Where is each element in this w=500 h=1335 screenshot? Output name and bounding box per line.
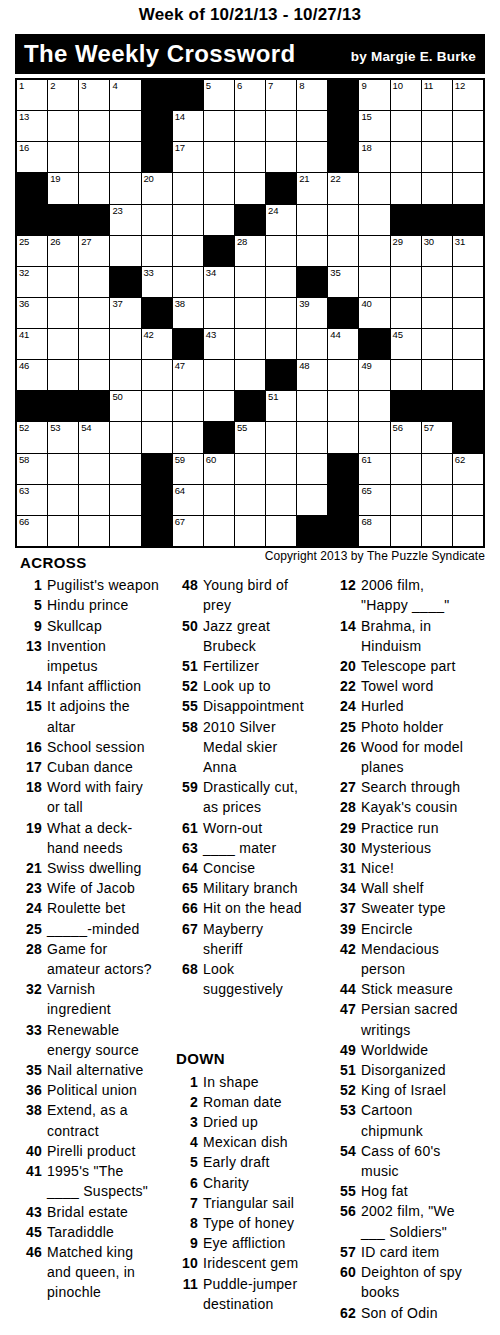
clue-number: 56 [330,1201,356,1241]
cell-r15c12[interactable]: 68 [359,516,389,546]
clue-text: Eye affliction [203,1233,307,1253]
black-cell-r4c9 [266,173,296,203]
cell-r10c11[interactable] [328,360,358,390]
cell-r10c10[interactable]: 48 [297,360,327,390]
cell-number: 19 [50,173,60,184]
clue-item: 60Deighton of spy books [330,1262,468,1302]
cell-r12c6[interactable] [173,422,203,452]
cell-r2c9[interactable] [266,111,296,141]
cell-r4c6[interactable] [173,173,203,203]
cell-r9c5[interactable]: 42 [142,329,172,359]
cell-r2c10[interactable] [297,111,327,141]
cell-number: 40 [361,298,371,309]
cell-r13c6[interactable]: 59 [173,454,203,484]
cell-r9c13[interactable]: 45 [391,329,421,359]
cell-r14c14[interactable] [422,485,452,515]
cell-r9c4[interactable] [110,329,140,359]
cell-r8c2[interactable] [48,298,78,328]
cell-r5c6[interactable] [173,205,203,235]
cell-r11c5[interactable] [142,391,172,421]
cell-r3c12[interactable]: 18 [359,142,389,172]
cell-r1c10[interactable]: 8 [297,80,327,110]
cell-r14c7[interactable] [204,485,234,515]
cell-r12c9[interactable] [266,422,296,452]
cell-r8c13[interactable] [391,298,421,328]
clue-text: 1995's "The ____ Suspects" [47,1161,159,1201]
cell-r7c8[interactable] [235,267,265,297]
cell-r4c14[interactable] [422,173,452,203]
cell-r6c2[interactable]: 26 [48,236,78,266]
cell-r12c5[interactable] [142,422,172,452]
cell-r8c7[interactable] [204,298,234,328]
cell-r6c11[interactable] [328,236,358,266]
cell-r14c9[interactable] [266,485,296,515]
cell-r3c13[interactable] [391,142,421,172]
clue-number: 34 [330,878,356,898]
cell-r1c15[interactable]: 12 [453,80,483,110]
cell-r4c10[interactable]: 21 [297,173,327,203]
clue-text: In shape [203,1072,307,1092]
cell-r9c2[interactable] [48,329,78,359]
cell-r10c4[interactable] [110,360,140,390]
cell-r8c4[interactable]: 37 [110,298,140,328]
cell-r6c3[interactable]: 27 [79,236,109,266]
cell-r12c2[interactable]: 53 [48,422,78,452]
cell-r4c13[interactable] [391,173,421,203]
cell-r1c14[interactable]: 11 [422,80,452,110]
clue-number: 62 [330,1303,356,1323]
clue-text: Hindu prince [47,595,159,615]
cell-r5c11[interactable] [328,205,358,235]
cell-r6c4[interactable] [110,236,140,266]
clue-item: 50Jazz great Brubeck [172,616,307,656]
cell-r2c15[interactable] [453,111,483,141]
cell-r6c9[interactable] [266,236,296,266]
cell-r11c4[interactable]: 50 [110,391,140,421]
cell-r8c15[interactable] [453,298,483,328]
author-byline: by Margie E. Burke [351,45,476,64]
cell-r1c9[interactable]: 7 [266,80,296,110]
cell-r2c7[interactable] [204,111,234,141]
clue-text: Swiss dwelling [47,858,159,878]
cell-r12c11[interactable] [328,422,358,452]
cell-r15c9[interactable] [266,516,296,546]
cell-r1c1[interactable]: 1 [17,80,47,110]
clue-number: 17 [16,757,42,777]
clue-item: 25_____-minded [16,919,159,939]
clue-text: Practice run [361,818,468,838]
cell-r14c10[interactable] [297,485,327,515]
clue-text: Towel word [361,676,468,696]
cell-number: 43 [206,329,216,340]
cell-r14c8[interactable] [235,485,265,515]
cell-r5c9[interactable]: 24 [266,205,296,235]
clue-item: 61Worn-out [172,818,307,838]
cell-r1c2[interactable]: 2 [48,80,78,110]
cell-r7c6[interactable] [173,267,203,297]
clue-item: 5Early draft [172,1152,307,1172]
clue-column-1: ACROSS 1Pugilist's weapon5Hindu prince9S… [16,553,159,1303]
cell-r9c8[interactable] [235,329,265,359]
cell-r8c1[interactable]: 36 [17,298,47,328]
cell-r13c15[interactable]: 62 [453,454,483,484]
clue-number: 35 [16,1060,42,1080]
cell-r11c12[interactable] [359,391,389,421]
cell-r10c15[interactable] [453,360,483,390]
cell-r13c13[interactable] [391,454,421,484]
clue-text: Mysterious [361,838,468,858]
cell-number: 37 [112,298,122,309]
cell-r10c5[interactable] [142,360,172,390]
clue-number: 30 [330,838,356,858]
cell-r15c4[interactable] [110,516,140,546]
cell-r13c9[interactable] [266,454,296,484]
black-cell-r13c11 [328,454,358,484]
cell-r2c13[interactable] [391,111,421,141]
cell-r14c13[interactable] [391,485,421,515]
cell-r5c5[interactable] [142,205,172,235]
cell-r13c8[interactable] [235,454,265,484]
clue-text: Varnish ingredient [47,979,159,1019]
cell-r15c1[interactable]: 66 [17,516,47,546]
clue-text: Roulette bet [47,898,159,918]
cell-r1c7[interactable]: 5 [204,80,234,110]
clue-number: 55 [330,1181,356,1201]
clue-item: 5Hindu prince [16,595,159,615]
clue-number: 44 [330,979,356,999]
cell-r6c1[interactable]: 25 [17,236,47,266]
cell-r8c6[interactable]: 38 [173,298,203,328]
black-cell-r11c15 [453,391,483,421]
cell-r3c8[interactable] [235,142,265,172]
cell-r11c11[interactable] [328,391,358,421]
cell-r12c13[interactable]: 56 [391,422,421,452]
cell-number: 59 [175,454,185,465]
cell-r4c2[interactable]: 19 [48,173,78,203]
cell-r13c2[interactable] [48,454,78,484]
cell-r13c3[interactable] [79,454,109,484]
clue-text: Mexican dish [203,1132,307,1152]
clue-item: 52King of Israel [330,1080,468,1100]
cell-r13c10[interactable] [297,454,327,484]
cell-number: 51 [268,391,278,402]
cell-r12c3[interactable]: 54 [79,422,109,452]
black-cell-r11c1 [17,391,47,421]
cell-number: 38 [175,298,185,309]
cell-r6c15[interactable]: 31 [453,236,483,266]
clue-item: 35Nail alternative [16,1060,159,1080]
cell-r15c2[interactable] [48,516,78,546]
cell-r2c2[interactable] [48,111,78,141]
clue-number: 42 [330,939,356,979]
cell-r6c14[interactable]: 30 [422,236,452,266]
clue-text: Stick measure [361,979,468,999]
clue-text: Military branch [203,878,307,898]
cell-r11c10[interactable] [297,391,327,421]
cell-number: 2 [50,80,55,91]
cell-r11c6[interactable] [173,391,203,421]
clue-text: 2002 film, "We ___ Soldiers" [361,1201,468,1241]
cell-r10c12[interactable]: 49 [359,360,389,390]
cell-r3c6[interactable]: 17 [173,142,203,172]
cell-r7c13[interactable] [391,267,421,297]
cell-r10c8[interactable] [235,360,265,390]
clue-number: 29 [330,818,356,838]
clue-text: Wife of Jacob [47,878,159,898]
cell-r9c3[interactable] [79,329,109,359]
cell-r10c2[interactable] [48,360,78,390]
cell-r5c10[interactable] [297,205,327,235]
cell-r4c7[interactable] [204,173,234,203]
cell-r2c1[interactable]: 13 [17,111,47,141]
black-cell-r15c5 [142,516,172,546]
clue-number: 16 [16,737,42,757]
clue-item: 4Mexican dish [172,1132,307,1152]
cell-r7c5[interactable]: 33 [142,267,172,297]
cell-r2c4[interactable] [110,111,140,141]
cell-r14c3[interactable] [79,485,109,515]
across-clues-part2: 48Young bird of prey50Jazz great Brubeck… [172,575,307,999]
cell-r9c7[interactable]: 43 [204,329,234,359]
clue-number: 28 [16,939,42,979]
black-cell-r6c7 [204,236,234,266]
cell-r6c12[interactable] [359,236,389,266]
clue-text: Cartoon chipmunk [361,1100,468,1140]
cell-r12c14[interactable]: 57 [422,422,452,452]
cell-number: 23 [112,205,122,216]
cell-r10c3[interactable] [79,360,109,390]
cell-r15c3[interactable] [79,516,109,546]
cell-number: 55 [237,422,247,433]
clue-item: 43Bridal estate [16,1202,159,1222]
cell-r10c13[interactable] [391,360,421,390]
cell-r6c8[interactable]: 28 [235,236,265,266]
clue-text: Worldwide [361,1040,468,1060]
cell-r15c8[interactable] [235,516,265,546]
cell-r7c2[interactable] [48,267,78,297]
cell-r7c12[interactable] [359,267,389,297]
clue-text: Game for amateur actors? [47,939,159,979]
cell-r3c14[interactable] [422,142,452,172]
clue-number: 8 [172,1213,198,1233]
cell-number: 64 [175,485,185,496]
cell-r3c7[interactable] [204,142,234,172]
cell-r1c8[interactable]: 6 [235,80,265,110]
cell-r3c3[interactable] [79,142,109,172]
cell-r9c9[interactable] [266,329,296,359]
clue-text: Iridescent gem [203,1253,307,1273]
cell-r7c9[interactable] [266,267,296,297]
cell-r12c8[interactable]: 55 [235,422,265,452]
cell-r2c12[interactable]: 15 [359,111,389,141]
cell-r4c15[interactable] [453,173,483,203]
clue-text: Nail alternative [47,1060,159,1080]
clue-item: 9Skullcap [16,616,159,636]
cell-r5c7[interactable] [204,205,234,235]
cell-r13c14[interactable] [422,454,452,484]
cell-r12c10[interactable] [297,422,327,452]
clue-number: 57 [330,1242,356,1262]
cell-r4c8[interactable] [235,173,265,203]
cell-r15c14[interactable] [422,516,452,546]
cell-r13c1[interactable]: 58 [17,454,47,484]
clue-number: 63 [172,838,198,858]
cell-number: 12 [455,80,465,91]
cell-r10c7[interactable] [204,360,234,390]
cell-r13c4[interactable] [110,454,140,484]
clue-text: Mayberry sheriff [203,919,307,959]
clue-number: 21 [16,858,42,878]
clue-text: Dried up [203,1112,307,1132]
clue-column-3: 122006 film, "Happy ____"14Brahma, in Hi… [330,553,468,1323]
cell-r8c10[interactable]: 39 [297,298,327,328]
cell-r10c14[interactable] [422,360,452,390]
cell-r2c3[interactable] [79,111,109,141]
cell-r15c7[interactable] [204,516,234,546]
cell-r8c14[interactable] [422,298,452,328]
clue-text: Roman date [203,1092,307,1112]
clue-text: Encircle [361,919,468,939]
clue-item: 34Wall shelf [330,878,468,898]
clue-item: 18Word with fairy or tall [16,777,159,817]
cell-r7c11[interactable]: 35 [328,267,358,297]
clue-item: 62Son of Odin [330,1303,468,1323]
clue-text: It adjoins the altar [47,696,159,736]
clue-item: 19What a deck-hand needs [16,818,159,858]
clue-item: 2Roman date [172,1092,307,1112]
cell-number: 4 [112,80,117,91]
cell-r2c14[interactable] [422,111,452,141]
cell-r3c9[interactable] [266,142,296,172]
cell-r2c8[interactable] [235,111,265,141]
cell-r9c14[interactable] [422,329,452,359]
cell-number: 26 [50,236,60,247]
cell-r14c2[interactable] [48,485,78,515]
cell-r2c6[interactable]: 14 [173,111,203,141]
cell-r14c12[interactable]: 65 [359,485,389,515]
clue-number: 41 [16,1161,42,1201]
cell-r7c15[interactable] [453,267,483,297]
cell-r13c7[interactable]: 60 [204,454,234,484]
black-cell-r5c1 [17,205,47,235]
clue-text: Disorganized [361,1060,468,1080]
clue-number: 50 [172,616,198,656]
cell-r4c12[interactable] [359,173,389,203]
cell-r6c5[interactable] [142,236,172,266]
black-cell-r7c4 [110,267,140,297]
cell-number: 63 [19,485,29,496]
cell-number: 65 [361,485,371,496]
cell-r14c15[interactable] [453,485,483,515]
black-cell-r5c14 [422,205,452,235]
cell-r12c4[interactable] [110,422,140,452]
cell-r9c10[interactable] [297,329,327,359]
cell-number: 18 [361,142,371,153]
clue-number: 12 [330,575,356,615]
clue-text: Fertilizer [203,656,307,676]
cell-r1c13[interactable]: 10 [391,80,421,110]
cell-r5c12[interactable] [359,205,389,235]
clue-item: 27Search through [330,777,468,797]
clue-column-2: 48Young bird of prey50Jazz great Brubeck… [172,553,307,1314]
cell-r6c13[interactable]: 29 [391,236,421,266]
cell-r14c6[interactable]: 64 [173,485,203,515]
cell-r15c6[interactable]: 67 [173,516,203,546]
cell-r3c10[interactable] [297,142,327,172]
cell-r1c12[interactable]: 9 [359,80,389,110]
cell-r3c2[interactable] [48,142,78,172]
cell-r3c1[interactable]: 16 [17,142,47,172]
cell-r8c12[interactable]: 40 [359,298,389,328]
cell-r11c9[interactable]: 51 [266,391,296,421]
crossword-grid: 1234567891011121314151617181920212223242… [15,78,485,548]
cell-r5c4[interactable]: 23 [110,205,140,235]
clue-item: 32Varnish ingredient [16,979,159,1019]
clue-text: Look up to [203,676,307,696]
cell-r11c7[interactable] [204,391,234,421]
cell-r14c4[interactable] [110,485,140,515]
cell-r3c15[interactable] [453,142,483,172]
cell-r12c1[interactable]: 52 [17,422,47,452]
cell-number: 6 [237,80,242,91]
cell-r7c14[interactable] [422,267,452,297]
clue-text: Young bird of prey [203,575,307,615]
clue-number: 51 [330,1060,356,1080]
cell-r15c15[interactable] [453,516,483,546]
cell-r10c1[interactable]: 46 [17,360,47,390]
cell-r9c15[interactable] [453,329,483,359]
clue-item: 55Hog fat [330,1181,468,1201]
cell-r6c10[interactable] [297,236,327,266]
cell-r7c3[interactable] [79,267,109,297]
cell-number: 54 [81,422,91,433]
clue-item: 21Swiss dwelling [16,858,159,878]
clue-item: 52Look up to [172,676,307,696]
cell-r1c3[interactable]: 3 [79,80,109,110]
clue-item: 16School session [16,737,159,757]
cell-r4c3[interactable] [79,173,109,203]
cell-r14c1[interactable]: 63 [17,485,47,515]
cell-r10c6[interactable]: 47 [173,360,203,390]
clue-number: 53 [330,1100,356,1140]
cell-r8c8[interactable] [235,298,265,328]
cell-r13c12[interactable]: 61 [359,454,389,484]
cell-r8c9[interactable] [266,298,296,328]
cell-r1c4[interactable]: 4 [110,80,140,110]
cell-r15c13[interactable] [391,516,421,546]
cell-r8c3[interactable] [79,298,109,328]
cell-r4c4[interactable] [110,173,140,203]
cell-r4c5[interactable]: 20 [142,173,172,203]
clue-item: 13Invention impetus [16,636,159,676]
cell-r9c11[interactable]: 44 [328,329,358,359]
cell-r7c7[interactable]: 34 [204,267,234,297]
clue-number: 24 [330,696,356,716]
clue-number: 38 [16,1100,42,1140]
cell-r3c4[interactable] [110,142,140,172]
cell-r7c1[interactable]: 32 [17,267,47,297]
cell-r9c1[interactable]: 41 [17,329,47,359]
clue-number: 68 [172,959,198,999]
cell-r12c12[interactable] [359,422,389,452]
cell-r6c6[interactable] [173,236,203,266]
clue-text: Infant affliction [47,676,159,696]
black-cell-r5c3 [79,205,109,235]
black-cell-r7c10 [297,267,327,297]
cell-r4c11[interactable]: 22 [328,173,358,203]
clue-item: 45Taradiddle [16,1222,159,1242]
clue-item: 66Hit on the head [172,898,307,918]
